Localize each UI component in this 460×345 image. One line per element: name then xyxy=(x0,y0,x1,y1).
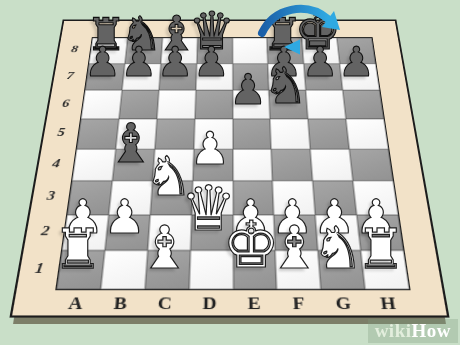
file-label-A: A xyxy=(53,294,99,312)
square-g4 xyxy=(310,149,353,181)
square-h3 xyxy=(353,181,398,215)
square-f7 xyxy=(268,63,306,90)
square-g8 xyxy=(302,38,340,64)
square-c8 xyxy=(161,38,198,64)
file-label-E: E xyxy=(232,294,276,312)
square-a4 xyxy=(72,149,116,181)
rank-label-7: 7 xyxy=(54,70,87,80)
square-b1 xyxy=(101,251,148,289)
square-f5 xyxy=(270,119,310,149)
watermark-how: How xyxy=(412,320,452,341)
wikihow-watermark: wikiHow xyxy=(368,319,458,343)
square-h4 xyxy=(349,149,393,181)
square-a5 xyxy=(77,119,119,149)
square-c3 xyxy=(150,181,193,215)
square-d3 xyxy=(191,181,232,215)
file-label-B: B xyxy=(97,294,142,312)
square-f4 xyxy=(271,149,312,181)
square-a8 xyxy=(89,38,128,64)
square-b6 xyxy=(119,90,159,118)
rank-label-2: 2 xyxy=(26,224,65,238)
square-b5 xyxy=(116,119,157,149)
square-e8 xyxy=(232,38,268,64)
square-c6 xyxy=(157,90,196,118)
square-g3 xyxy=(313,181,357,215)
square-h1 xyxy=(361,251,409,289)
square-d2 xyxy=(190,215,233,251)
square-g6 xyxy=(306,90,346,118)
square-e4 xyxy=(233,149,273,181)
square-h7 xyxy=(340,63,380,90)
square-c7 xyxy=(159,63,197,90)
square-e3 xyxy=(233,181,274,215)
rank-label-4: 4 xyxy=(38,157,75,169)
square-f8 xyxy=(267,38,304,64)
square-b4 xyxy=(112,149,154,181)
square-f6 xyxy=(269,90,308,118)
square-h6 xyxy=(343,90,384,118)
rank-label-5: 5 xyxy=(43,127,78,139)
square-a3 xyxy=(67,181,112,215)
rank-label-6: 6 xyxy=(49,98,83,109)
rank-label-1: 1 xyxy=(19,261,59,276)
square-a1 xyxy=(57,251,105,289)
square-g1 xyxy=(318,251,365,289)
square-e7 xyxy=(232,63,269,90)
square-b2 xyxy=(105,215,150,251)
square-h8 xyxy=(337,38,376,64)
square-e6 xyxy=(232,90,270,118)
square-d7 xyxy=(196,63,233,90)
square-d8 xyxy=(196,38,232,64)
square-g7 xyxy=(304,63,343,90)
square-e5 xyxy=(232,119,271,149)
square-h5 xyxy=(346,119,388,149)
square-f2 xyxy=(274,215,318,251)
square-g2 xyxy=(315,215,360,251)
square-c1 xyxy=(145,251,190,289)
square-c5 xyxy=(155,119,195,149)
square-d4 xyxy=(192,149,232,181)
square-d6 xyxy=(195,90,233,118)
square-e2 xyxy=(233,215,276,251)
square-e1 xyxy=(233,251,277,289)
illustration-canvas: 12345678 ABCDEFGH ♜♞♝♛♜♚♟♟♟♟♟♟♟♟♞♝♟♞♟♟♛♟… xyxy=(0,0,460,345)
file-label-G: G xyxy=(321,294,366,312)
square-c4 xyxy=(152,149,193,181)
watermark-wiki: wiki xyxy=(375,320,412,341)
rank-label-3: 3 xyxy=(32,190,70,203)
square-d5 xyxy=(194,119,233,149)
square-d1 xyxy=(189,251,233,289)
chess-board xyxy=(55,37,410,290)
square-a6 xyxy=(81,90,122,118)
square-h2 xyxy=(357,215,404,251)
file-label-F: F xyxy=(277,294,322,312)
square-a7 xyxy=(85,63,125,90)
file-label-C: C xyxy=(142,294,187,312)
square-g5 xyxy=(308,119,349,149)
square-c2 xyxy=(147,215,191,251)
square-f3 xyxy=(273,181,316,215)
square-b3 xyxy=(109,181,153,215)
square-f1 xyxy=(275,251,321,289)
rank-label-8: 8 xyxy=(58,45,90,55)
file-label-H: H xyxy=(365,294,411,312)
chess-board-frame: 12345678 ABCDEFGH xyxy=(9,20,449,318)
square-b7 xyxy=(122,63,161,90)
file-label-D: D xyxy=(187,294,231,312)
square-b8 xyxy=(125,38,163,64)
square-a2 xyxy=(62,215,109,251)
